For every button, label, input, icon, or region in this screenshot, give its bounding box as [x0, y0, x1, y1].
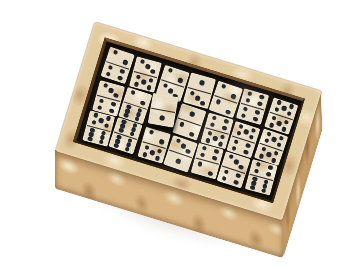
pip: [125, 147, 131, 153]
pip: [114, 143, 120, 149]
pip: [208, 171, 213, 176]
pip: [251, 127, 257, 133]
pip: [210, 122, 215, 127]
pip: [141, 152, 146, 157]
pip: [273, 150, 279, 156]
pip: [134, 82, 139, 87]
pip: [265, 172, 270, 177]
pip: [106, 71, 112, 77]
pip: [189, 111, 195, 117]
pip: [236, 130, 242, 136]
pip: [189, 91, 194, 96]
pip: [231, 94, 237, 100]
pip: [119, 128, 125, 134]
pip: [140, 100, 146, 106]
pip: [113, 50, 119, 56]
pip: [286, 111, 292, 117]
pip: [213, 136, 218, 141]
pip: [232, 146, 238, 152]
pip: [239, 123, 245, 129]
pip: [124, 113, 130, 119]
pip: [243, 107, 248, 112]
pip: [141, 80, 146, 85]
pip: [91, 120, 96, 125]
pip: [200, 152, 205, 157]
pip: [250, 185, 255, 190]
pip: [145, 64, 150, 69]
pip: [117, 75, 123, 81]
pip: [220, 134, 225, 139]
pip: [261, 146, 267, 152]
pip: [271, 157, 277, 163]
pip: [111, 101, 116, 106]
pip: [148, 130, 153, 135]
pip: [136, 74, 141, 79]
pip: [175, 159, 181, 165]
pip: [104, 124, 109, 129]
pip: [158, 140, 163, 145]
pip: [154, 156, 159, 161]
pip: [271, 136, 277, 142]
pip: [216, 99, 222, 105]
pip: [276, 100, 282, 106]
pip: [150, 69, 155, 74]
pip: [180, 144, 186, 150]
pip: [103, 82, 108, 87]
pip: [149, 150, 154, 155]
pip: [224, 170, 230, 176]
pip: [234, 139, 240, 145]
pip: [266, 151, 272, 157]
pip: [205, 137, 210, 142]
pip: [199, 80, 204, 85]
pip: [244, 149, 250, 155]
pip: [248, 91, 253, 96]
pip: [179, 121, 185, 127]
pip: [288, 104, 294, 110]
pip: [257, 101, 262, 106]
pip: [167, 88, 173, 94]
pip: [259, 95, 264, 100]
pip: [195, 96, 200, 101]
pip: [224, 119, 229, 124]
pip: [218, 141, 223, 146]
pip: [258, 153, 264, 159]
pip: [99, 140, 104, 145]
pip: [122, 60, 128, 66]
domino-box: [56, 22, 322, 220]
pip: [140, 59, 145, 64]
pip: [281, 105, 287, 111]
pip: [261, 188, 266, 193]
pip: [239, 165, 245, 171]
pip: [144, 145, 149, 150]
pip: [281, 126, 287, 132]
pip: [253, 117, 258, 122]
pip: [273, 107, 279, 113]
pip: [212, 115, 217, 120]
pip: [236, 174, 242, 180]
pip: [268, 122, 274, 128]
pip: [255, 162, 260, 167]
pip: [162, 83, 168, 89]
pip: [246, 98, 251, 103]
domino-tile-r0c6: [264, 97, 299, 134]
pip: [229, 154, 235, 160]
pip: [263, 138, 269, 144]
pip: [198, 162, 203, 167]
pip: [130, 132, 136, 138]
pip: [246, 143, 252, 149]
pip: [109, 108, 114, 113]
pip: [266, 131, 272, 137]
pip: [221, 84, 227, 90]
pip: [105, 116, 110, 121]
pip: [212, 156, 217, 161]
pip: [283, 119, 289, 125]
pip: [278, 135, 284, 141]
pip: [241, 113, 246, 118]
pip: [177, 78, 183, 84]
pip: [271, 115, 277, 121]
pip: [225, 109, 231, 115]
domino-tile-r1c2: [147, 92, 178, 127]
pip: [167, 68, 173, 74]
domino-tile-r2c6: [244, 159, 277, 195]
pip: [276, 142, 282, 148]
pip: [249, 134, 255, 140]
product-photo: [0, 0, 350, 267]
pip: [97, 105, 102, 110]
pip: [99, 98, 104, 103]
pip: [131, 90, 137, 96]
pip: [244, 129, 250, 135]
pip: [222, 125, 227, 130]
pip: [156, 148, 161, 153]
pip: [159, 115, 164, 120]
pip: [185, 149, 191, 155]
pip: [214, 149, 219, 154]
pip: [93, 113, 98, 118]
pip: [200, 101, 205, 106]
pip: [108, 88, 113, 93]
pip: [255, 110, 260, 115]
pip: [87, 137, 92, 142]
pip: [148, 78, 153, 83]
pip: [234, 160, 240, 166]
pip: [254, 169, 259, 174]
pip: [175, 138, 181, 144]
pip: [207, 130, 212, 135]
pip: [119, 69, 125, 75]
pip: [146, 85, 151, 90]
pip: [98, 118, 103, 123]
pip: [108, 65, 114, 71]
pip: [202, 146, 207, 151]
pip: [276, 121, 282, 127]
pip: [189, 131, 195, 137]
pip: [135, 116, 141, 122]
pip: [113, 93, 118, 98]
pip: [234, 180, 240, 186]
pip: [267, 165, 272, 170]
pip: [222, 176, 228, 182]
